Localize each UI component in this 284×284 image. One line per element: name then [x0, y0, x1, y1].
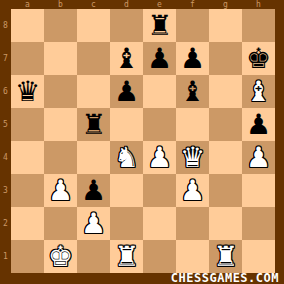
square-h7[interactable]: ♚ — [242, 42, 275, 75]
square-b3[interactable]: ♟ — [44, 174, 77, 207]
rank-label-6: 6 — [0, 75, 11, 108]
white-king-b1: ♚ — [48, 240, 73, 273]
square-e2[interactable] — [143, 207, 176, 240]
square-g5[interactable] — [209, 108, 242, 141]
file-label-b: b — [44, 0, 77, 9]
file-label-c: c — [77, 0, 110, 9]
square-c5[interactable]: ♜ — [77, 108, 110, 141]
white-bishop-h6: ♝ — [246, 75, 271, 108]
square-h6[interactable]: ♝ — [242, 75, 275, 108]
square-g2[interactable] — [209, 207, 242, 240]
square-g1[interactable]: ♜ — [209, 240, 242, 273]
square-e4[interactable]: ♟ — [143, 141, 176, 174]
file-label-h: h — [242, 0, 275, 9]
file-label-a: a — [11, 0, 44, 9]
square-e8[interactable]: ♜ — [143, 9, 176, 42]
square-h3[interactable] — [242, 174, 275, 207]
white-pawn-f3: ♟ — [180, 174, 205, 207]
rank-label-4: 4 — [0, 141, 11, 174]
square-h4[interactable]: ♟ — [242, 141, 275, 174]
square-h8[interactable] — [242, 9, 275, 42]
square-c3[interactable]: ♟ — [77, 174, 110, 207]
black-rook-e8: ♜ — [147, 9, 172, 42]
white-pawn-h4: ♟ — [246, 141, 271, 174]
square-b2[interactable] — [44, 207, 77, 240]
square-c4[interactable] — [77, 141, 110, 174]
square-e1[interactable] — [143, 240, 176, 273]
square-e6[interactable] — [143, 75, 176, 108]
square-a3[interactable] — [11, 174, 44, 207]
rank-label-1: 1 — [0, 240, 11, 273]
square-a1[interactable] — [11, 240, 44, 273]
square-b4[interactable] — [44, 141, 77, 174]
white-pawn-e4: ♟ — [147, 141, 172, 174]
square-a6[interactable]: ♛ — [11, 75, 44, 108]
white-queen-f4: ♛ — [180, 141, 205, 174]
square-f7[interactable]: ♟ — [176, 42, 209, 75]
square-c8[interactable] — [77, 9, 110, 42]
square-f3[interactable]: ♟ — [176, 174, 209, 207]
square-c6[interactable] — [77, 75, 110, 108]
square-d7[interactable]: ♝ — [110, 42, 143, 75]
square-a5[interactable] — [11, 108, 44, 141]
square-a8[interactable] — [11, 9, 44, 42]
square-g3[interactable] — [209, 174, 242, 207]
white-rook-g1: ♜ — [213, 240, 238, 273]
square-f2[interactable] — [176, 207, 209, 240]
square-a2[interactable] — [11, 207, 44, 240]
square-d2[interactable] — [110, 207, 143, 240]
file-label-e: e — [143, 0, 176, 9]
black-pawn-e7: ♟ — [147, 42, 172, 75]
chess-diagram-frame: abcdefgh 87654321 ♜♝♟♟♚♛♟♝♝♜♟♞♟♛♟♟♟♟♟♚♜♜… — [0, 0, 284, 284]
white-knight-d4: ♞ — [114, 141, 139, 174]
square-d6[interactable]: ♟ — [110, 75, 143, 108]
square-h1[interactable] — [242, 240, 275, 273]
square-e3[interactable] — [143, 174, 176, 207]
white-pawn-b3: ♟ — [48, 174, 73, 207]
square-g7[interactable] — [209, 42, 242, 75]
rank-label-5: 5 — [0, 108, 11, 141]
square-d3[interactable] — [110, 174, 143, 207]
black-pawn-f7: ♟ — [180, 42, 205, 75]
square-b8[interactable] — [44, 9, 77, 42]
file-label-f: f — [176, 0, 209, 9]
square-f5[interactable] — [176, 108, 209, 141]
square-b1[interactable]: ♚ — [44, 240, 77, 273]
square-b6[interactable] — [44, 75, 77, 108]
rank-label-3: 3 — [0, 174, 11, 207]
rank-label-2: 2 — [0, 207, 11, 240]
square-b5[interactable] — [44, 108, 77, 141]
black-rook-c5: ♜ — [81, 108, 106, 141]
square-g4[interactable] — [209, 141, 242, 174]
square-c7[interactable] — [77, 42, 110, 75]
black-bishop-d7: ♝ — [114, 42, 139, 75]
square-b7[interactable] — [44, 42, 77, 75]
square-c2[interactable]: ♟ — [77, 207, 110, 240]
square-d8[interactable] — [110, 9, 143, 42]
rank-label-7: 7 — [0, 42, 11, 75]
square-g6[interactable] — [209, 75, 242, 108]
chess-board[interactable]: ♜♝♟♟♚♛♟♝♝♜♟♞♟♛♟♟♟♟♟♚♜♜ — [11, 9, 275, 273]
square-e7[interactable]: ♟ — [143, 42, 176, 75]
black-pawn-h5: ♟ — [246, 108, 271, 141]
black-queen-a6: ♛ — [15, 75, 40, 108]
square-d1[interactable]: ♜ — [110, 240, 143, 273]
square-a4[interactable] — [11, 141, 44, 174]
square-c1[interactable] — [77, 240, 110, 273]
black-pawn-c3: ♟ — [81, 174, 106, 207]
rank-label-8: 8 — [0, 9, 11, 42]
file-label-d: d — [110, 0, 143, 9]
square-d5[interactable] — [110, 108, 143, 141]
black-pawn-d6: ♟ — [114, 75, 139, 108]
square-a7[interactable] — [11, 42, 44, 75]
file-labels: abcdefgh — [11, 0, 275, 9]
black-king-h7: ♚ — [246, 42, 271, 75]
black-bishop-f6: ♝ — [180, 75, 205, 108]
square-e5[interactable] — [143, 108, 176, 141]
white-rook-d1: ♜ — [114, 240, 139, 273]
square-f4[interactable]: ♛ — [176, 141, 209, 174]
square-f6[interactable]: ♝ — [176, 75, 209, 108]
rank-labels: 87654321 — [0, 9, 11, 273]
white-pawn-c2: ♟ — [81, 207, 106, 240]
file-label-g: g — [209, 0, 242, 9]
square-h5[interactable]: ♟ — [242, 108, 275, 141]
square-g8[interactable] — [209, 9, 242, 42]
square-d4[interactable]: ♞ — [110, 141, 143, 174]
watermark-text: CHESSGAMES.COM — [171, 273, 279, 284]
square-f1[interactable] — [176, 240, 209, 273]
square-f8[interactable] — [176, 9, 209, 42]
square-h2[interactable] — [242, 207, 275, 240]
